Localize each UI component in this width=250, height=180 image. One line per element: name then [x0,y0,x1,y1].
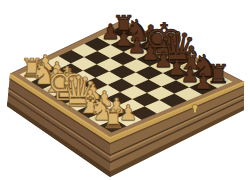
chess-set-photo: ♜♞♝♛♚♝♞♜♟♟♟♟♟♟♟♟♟♟♟♟♟♟♟♟♜♞♝♛♚♝♞♜ [0,0,250,180]
chess-board [0,0,250,180]
latch-pin-icon [194,109,196,112]
latch-knob-icon [192,104,197,109]
